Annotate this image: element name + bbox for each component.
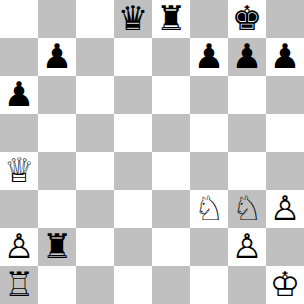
square-c7[interactable] bbox=[76, 38, 114, 76]
piece-white-king[interactable]: ♔ bbox=[270, 266, 300, 303]
piece-white-pawn[interactable]: ♙ bbox=[270, 190, 300, 227]
square-d2[interactable] bbox=[114, 228, 152, 266]
square-e7[interactable] bbox=[152, 38, 190, 76]
square-g4[interactable] bbox=[228, 152, 266, 190]
square-a8[interactable] bbox=[0, 0, 38, 38]
square-e6[interactable] bbox=[152, 76, 190, 114]
square-e4[interactable] bbox=[152, 152, 190, 190]
square-h5[interactable] bbox=[266, 114, 304, 152]
square-f4[interactable] bbox=[190, 152, 228, 190]
square-h2[interactable] bbox=[266, 228, 304, 266]
square-b8[interactable] bbox=[38, 0, 76, 38]
piece-black-pawn[interactable]: ♟ bbox=[270, 38, 300, 75]
square-b6[interactable] bbox=[38, 76, 76, 114]
square-c6[interactable] bbox=[76, 76, 114, 114]
square-c5[interactable] bbox=[76, 114, 114, 152]
piece-white-knight[interactable]: ♘ bbox=[194, 190, 224, 227]
piece-black-queen[interactable]: ♛ bbox=[118, 0, 148, 37]
piece-black-pawn[interactable]: ♟ bbox=[194, 38, 224, 75]
square-f8[interactable] bbox=[190, 0, 228, 38]
square-d4[interactable] bbox=[114, 152, 152, 190]
square-h4[interactable] bbox=[266, 152, 304, 190]
square-b2[interactable]: ♜ bbox=[38, 228, 76, 266]
square-f1[interactable] bbox=[190, 266, 228, 304]
square-a5[interactable] bbox=[0, 114, 38, 152]
piece-white-pawn[interactable]: ♙ bbox=[232, 228, 262, 265]
piece-black-king[interactable]: ♚ bbox=[232, 0, 262, 37]
square-e1[interactable] bbox=[152, 266, 190, 304]
square-e8[interactable]: ♜ bbox=[152, 0, 190, 38]
piece-black-pawn[interactable]: ♟ bbox=[4, 76, 34, 113]
piece-black-rook[interactable]: ♜ bbox=[156, 0, 186, 37]
square-g2[interactable]: ♙ bbox=[228, 228, 266, 266]
square-b7[interactable]: ♟ bbox=[38, 38, 76, 76]
piece-black-pawn[interactable]: ♟ bbox=[42, 38, 72, 75]
square-e5[interactable] bbox=[152, 114, 190, 152]
square-f5[interactable] bbox=[190, 114, 228, 152]
square-f7[interactable]: ♟ bbox=[190, 38, 228, 76]
square-b1[interactable] bbox=[38, 266, 76, 304]
square-f2[interactable] bbox=[190, 228, 228, 266]
square-g6[interactable] bbox=[228, 76, 266, 114]
square-a2[interactable]: ♙ bbox=[0, 228, 38, 266]
square-d6[interactable] bbox=[114, 76, 152, 114]
square-d1[interactable] bbox=[114, 266, 152, 304]
square-a4[interactable]: ♕ bbox=[0, 152, 38, 190]
square-b4[interactable] bbox=[38, 152, 76, 190]
square-a6[interactable]: ♟ bbox=[0, 76, 38, 114]
square-b5[interactable] bbox=[38, 114, 76, 152]
piece-white-queen[interactable]: ♕ bbox=[4, 152, 34, 189]
square-g1[interactable] bbox=[228, 266, 266, 304]
square-h7[interactable]: ♟ bbox=[266, 38, 304, 76]
square-g7[interactable]: ♟ bbox=[228, 38, 266, 76]
square-h3[interactable]: ♙ bbox=[266, 190, 304, 228]
square-f6[interactable] bbox=[190, 76, 228, 114]
piece-white-knight[interactable]: ♘ bbox=[232, 190, 262, 227]
square-h1[interactable]: ♔ bbox=[266, 266, 304, 304]
square-h8[interactable] bbox=[266, 0, 304, 38]
square-c3[interactable] bbox=[76, 190, 114, 228]
piece-black-rook[interactable]: ♜ bbox=[42, 228, 72, 265]
square-g8[interactable]: ♚ bbox=[228, 0, 266, 38]
piece-white-rook[interactable]: ♖ bbox=[4, 266, 34, 303]
square-g3[interactable]: ♘ bbox=[228, 190, 266, 228]
square-h6[interactable] bbox=[266, 76, 304, 114]
chess-board: ♛♜♚♟♟♟♟♟♕♘♘♙♙♜♙♖♔ bbox=[0, 0, 304, 304]
square-f3[interactable]: ♘ bbox=[190, 190, 228, 228]
square-b3[interactable] bbox=[38, 190, 76, 228]
piece-white-pawn[interactable]: ♙ bbox=[4, 228, 34, 265]
square-c1[interactable] bbox=[76, 266, 114, 304]
square-d5[interactable] bbox=[114, 114, 152, 152]
square-g5[interactable] bbox=[228, 114, 266, 152]
square-c2[interactable] bbox=[76, 228, 114, 266]
square-c8[interactable] bbox=[76, 0, 114, 38]
square-e2[interactable] bbox=[152, 228, 190, 266]
square-d7[interactable] bbox=[114, 38, 152, 76]
square-d3[interactable] bbox=[114, 190, 152, 228]
square-d8[interactable]: ♛ bbox=[114, 0, 152, 38]
square-c4[interactable] bbox=[76, 152, 114, 190]
square-a3[interactable] bbox=[0, 190, 38, 228]
square-a7[interactable] bbox=[0, 38, 38, 76]
square-a1[interactable]: ♖ bbox=[0, 266, 38, 304]
square-e3[interactable] bbox=[152, 190, 190, 228]
piece-black-pawn[interactable]: ♟ bbox=[232, 38, 262, 75]
